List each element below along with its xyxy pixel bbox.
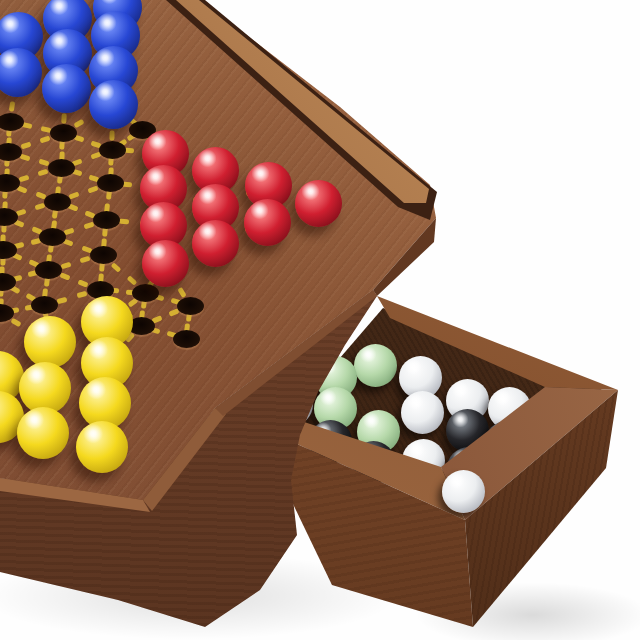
marble-white[interactable] [401, 391, 444, 434]
marble-white[interactable] [402, 439, 445, 482]
drawer-front-wall [0, 0, 640, 640]
marble-black[interactable] [352, 441, 395, 484]
marble-green[interactable] [354, 344, 397, 387]
marble-black[interactable] [309, 420, 352, 463]
marble-white[interactable] [270, 383, 313, 426]
drawer-right-face [0, 0, 640, 640]
marble-black[interactable] [485, 421, 528, 464]
drawer-floor [0, 0, 640, 640]
drawer-right-wall [0, 0, 640, 640]
scene [0, 0, 640, 640]
storage-drawer[interactable] [0, 0, 640, 640]
drawer-back-wall [0, 0, 640, 640]
drawer-front-face [0, 0, 640, 640]
marble-white[interactable] [442, 470, 485, 513]
marble-black[interactable] [446, 409, 489, 452]
